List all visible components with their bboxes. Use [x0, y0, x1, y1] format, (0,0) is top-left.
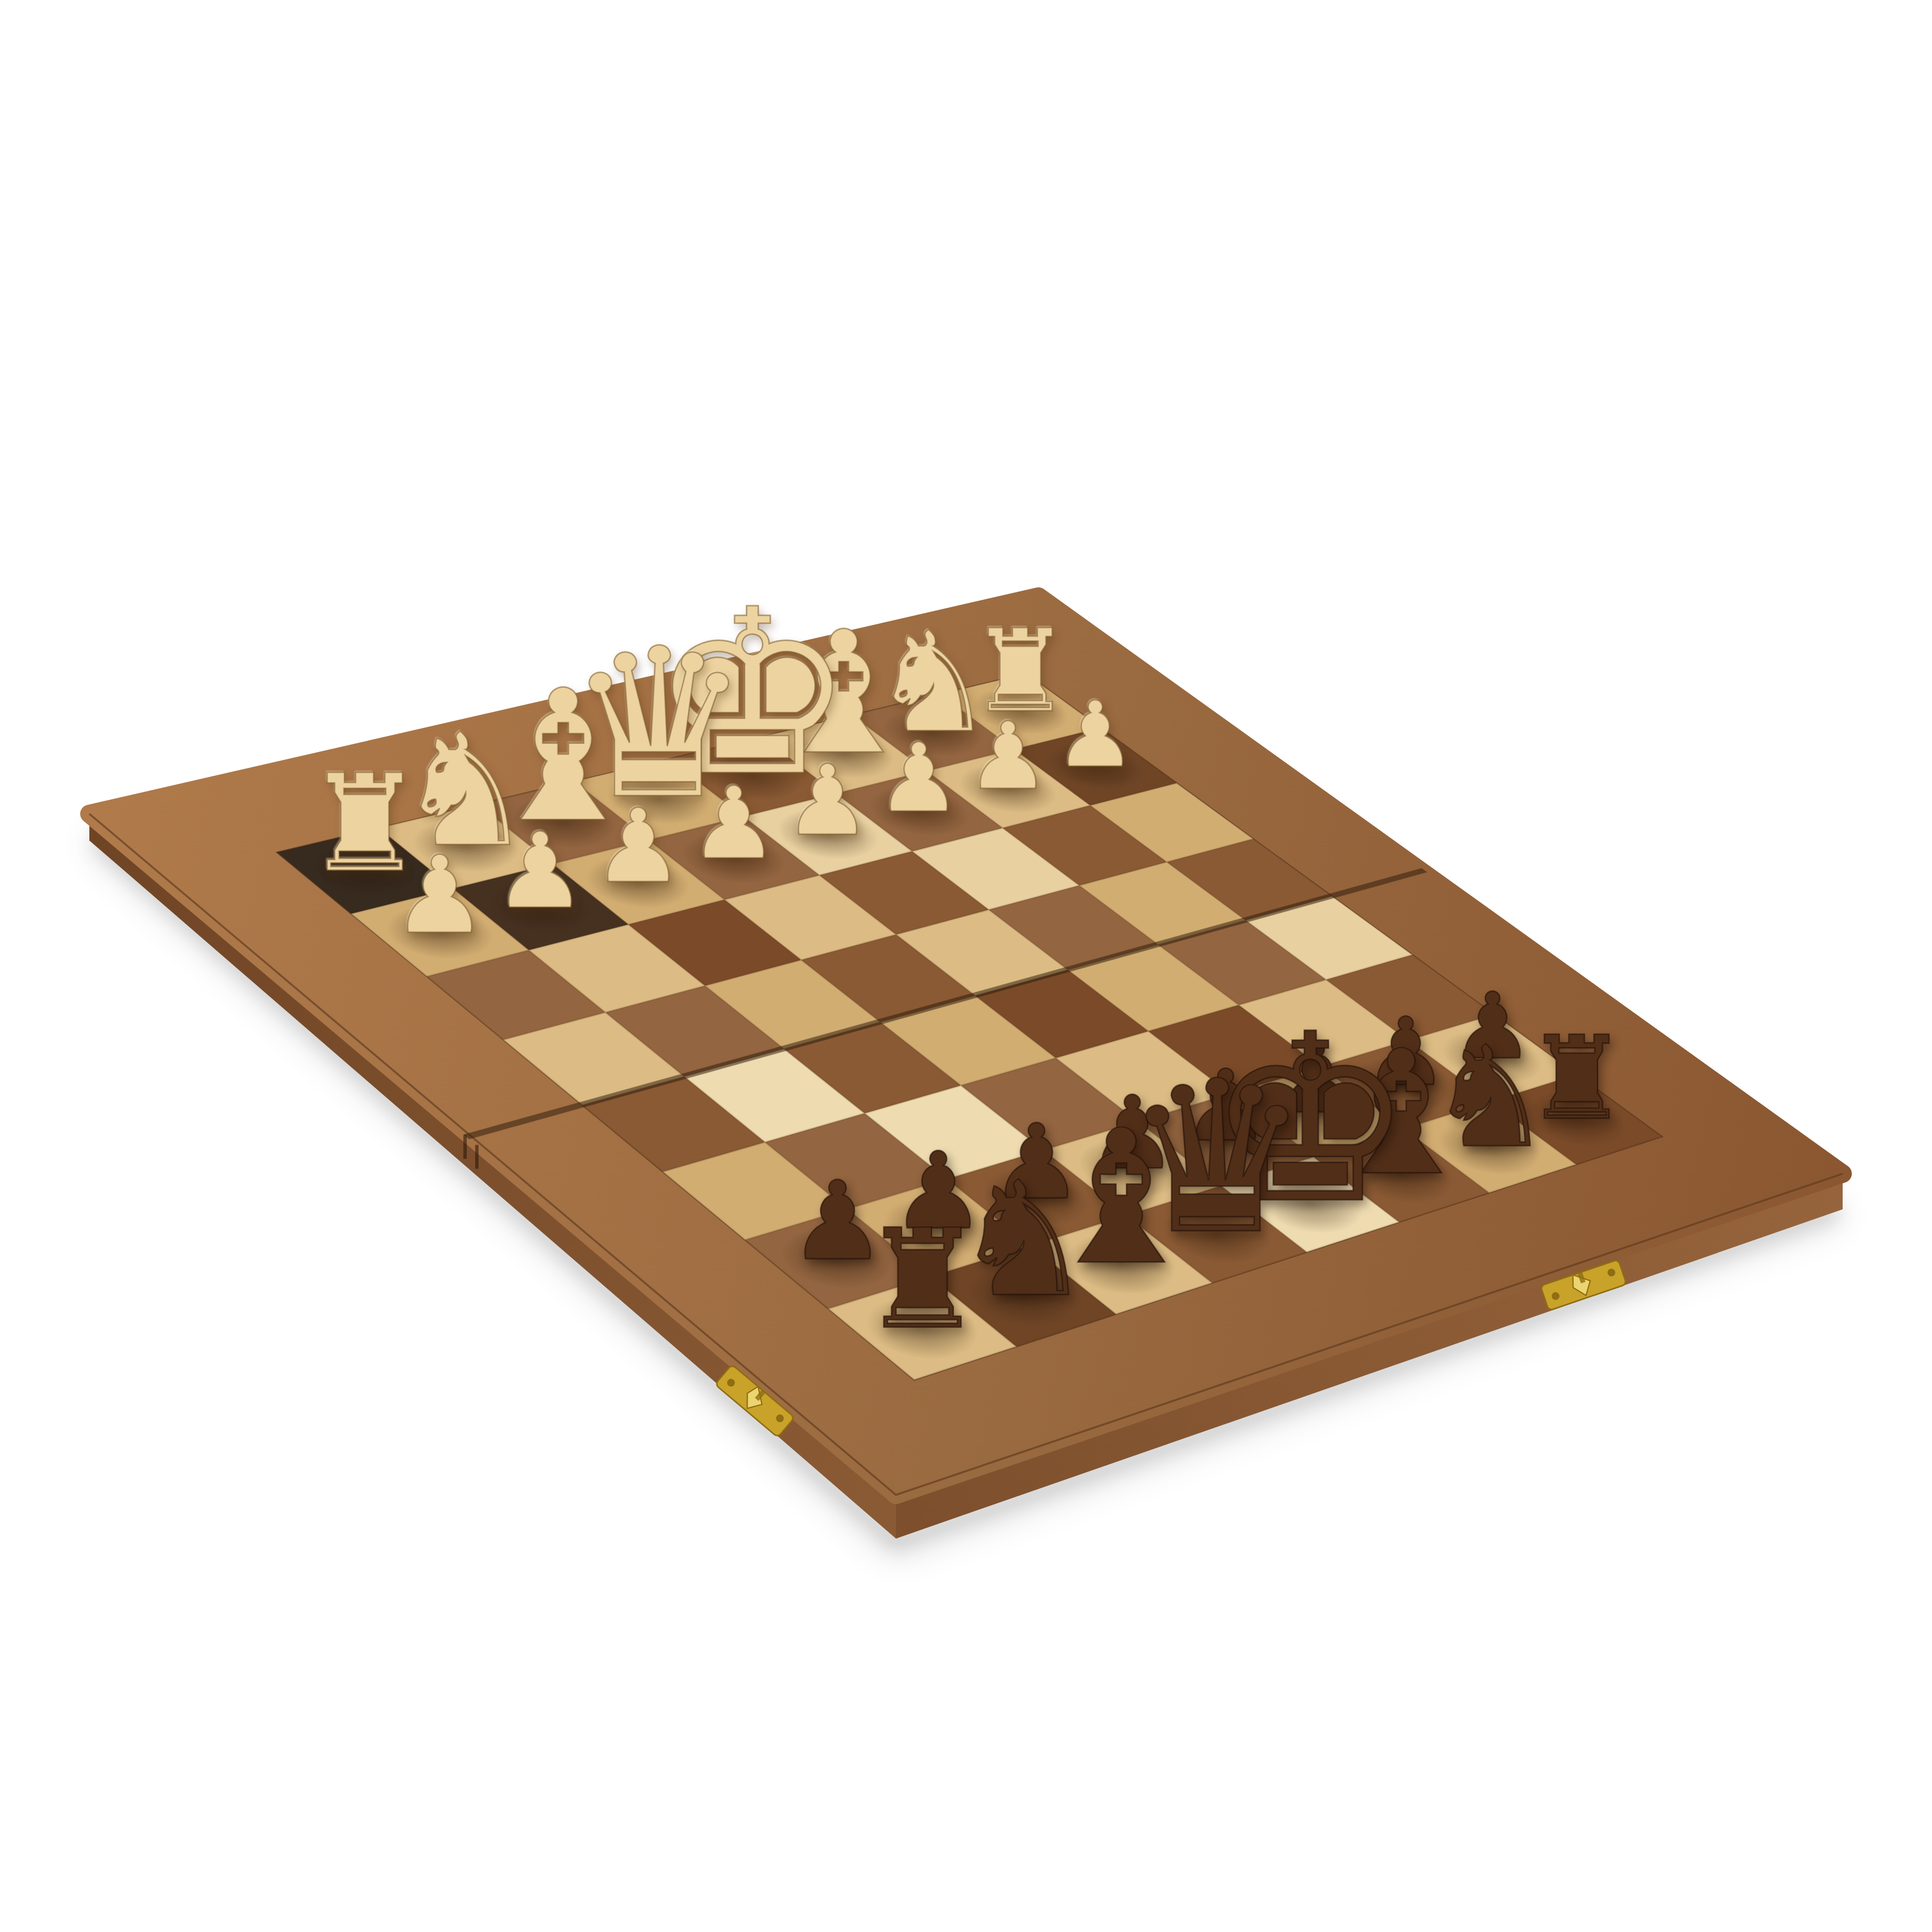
- piece-white-pawn-d2[interactable]: ♟: [689, 774, 779, 873]
- piece-black-rook-a8[interactable]: ♜: [861, 1211, 984, 1349]
- product-photo-scene: chess ♜♞♝♛♚♝♞♜♟♟♟♟♟♟♟♟♟♟♟♟♟♟♟♟♜♞♝♛♚♝♞♜: [0, 0, 1932, 1932]
- pieces-layer: ♜♞♝♛♚♝♞♜♟♟♟♟♟♟♟♟♟♟♟♟♟♟♟♟♜♞♝♛♚♝♞♜: [0, 0, 1932, 1932]
- piece-white-pawn-h2[interactable]: ♟: [1055, 690, 1136, 781]
- piece-white-pawn-b2[interactable]: ♟: [493, 819, 587, 923]
- piece-white-pawn-e2[interactable]: ♟: [784, 752, 871, 849]
- piece-white-pawn-a2[interactable]: ♟: [392, 842, 488, 949]
- piece-white-pawn-g2[interactable]: ♟: [966, 710, 1050, 803]
- piece-white-pawn-f2[interactable]: ♟: [876, 731, 961, 826]
- piece-white-pawn-c2[interactable]: ♟: [593, 796, 684, 898]
